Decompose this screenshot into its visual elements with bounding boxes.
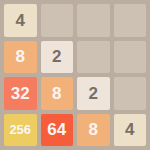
- empty-cell-r1c4: [114, 4, 147, 37]
- tile-4-r4c4: 4: [114, 114, 147, 147]
- board-2048[interactable]: 48232822566484: [0, 0, 150, 150]
- tile-2-r3c3: 2: [77, 77, 110, 110]
- tile-4-r1c1: 4: [4, 4, 37, 37]
- tile-8-r2c1: 8: [4, 41, 37, 74]
- tile-2-r2c2: 2: [41, 41, 74, 74]
- tile-64-r4c2: 64: [41, 114, 74, 147]
- tile-256-r4c1: 256: [4, 114, 37, 147]
- empty-cell-r1c2: [41, 4, 74, 37]
- empty-cell-r3c4: [114, 77, 147, 110]
- tile-8-r3c2: 8: [41, 77, 74, 110]
- tile-8-r4c3: 8: [77, 114, 110, 147]
- empty-cell-r2c3: [77, 41, 110, 74]
- empty-cell-r1c3: [77, 4, 110, 37]
- tile-32-r3c1: 32: [4, 77, 37, 110]
- empty-cell-r2c4: [114, 41, 147, 74]
